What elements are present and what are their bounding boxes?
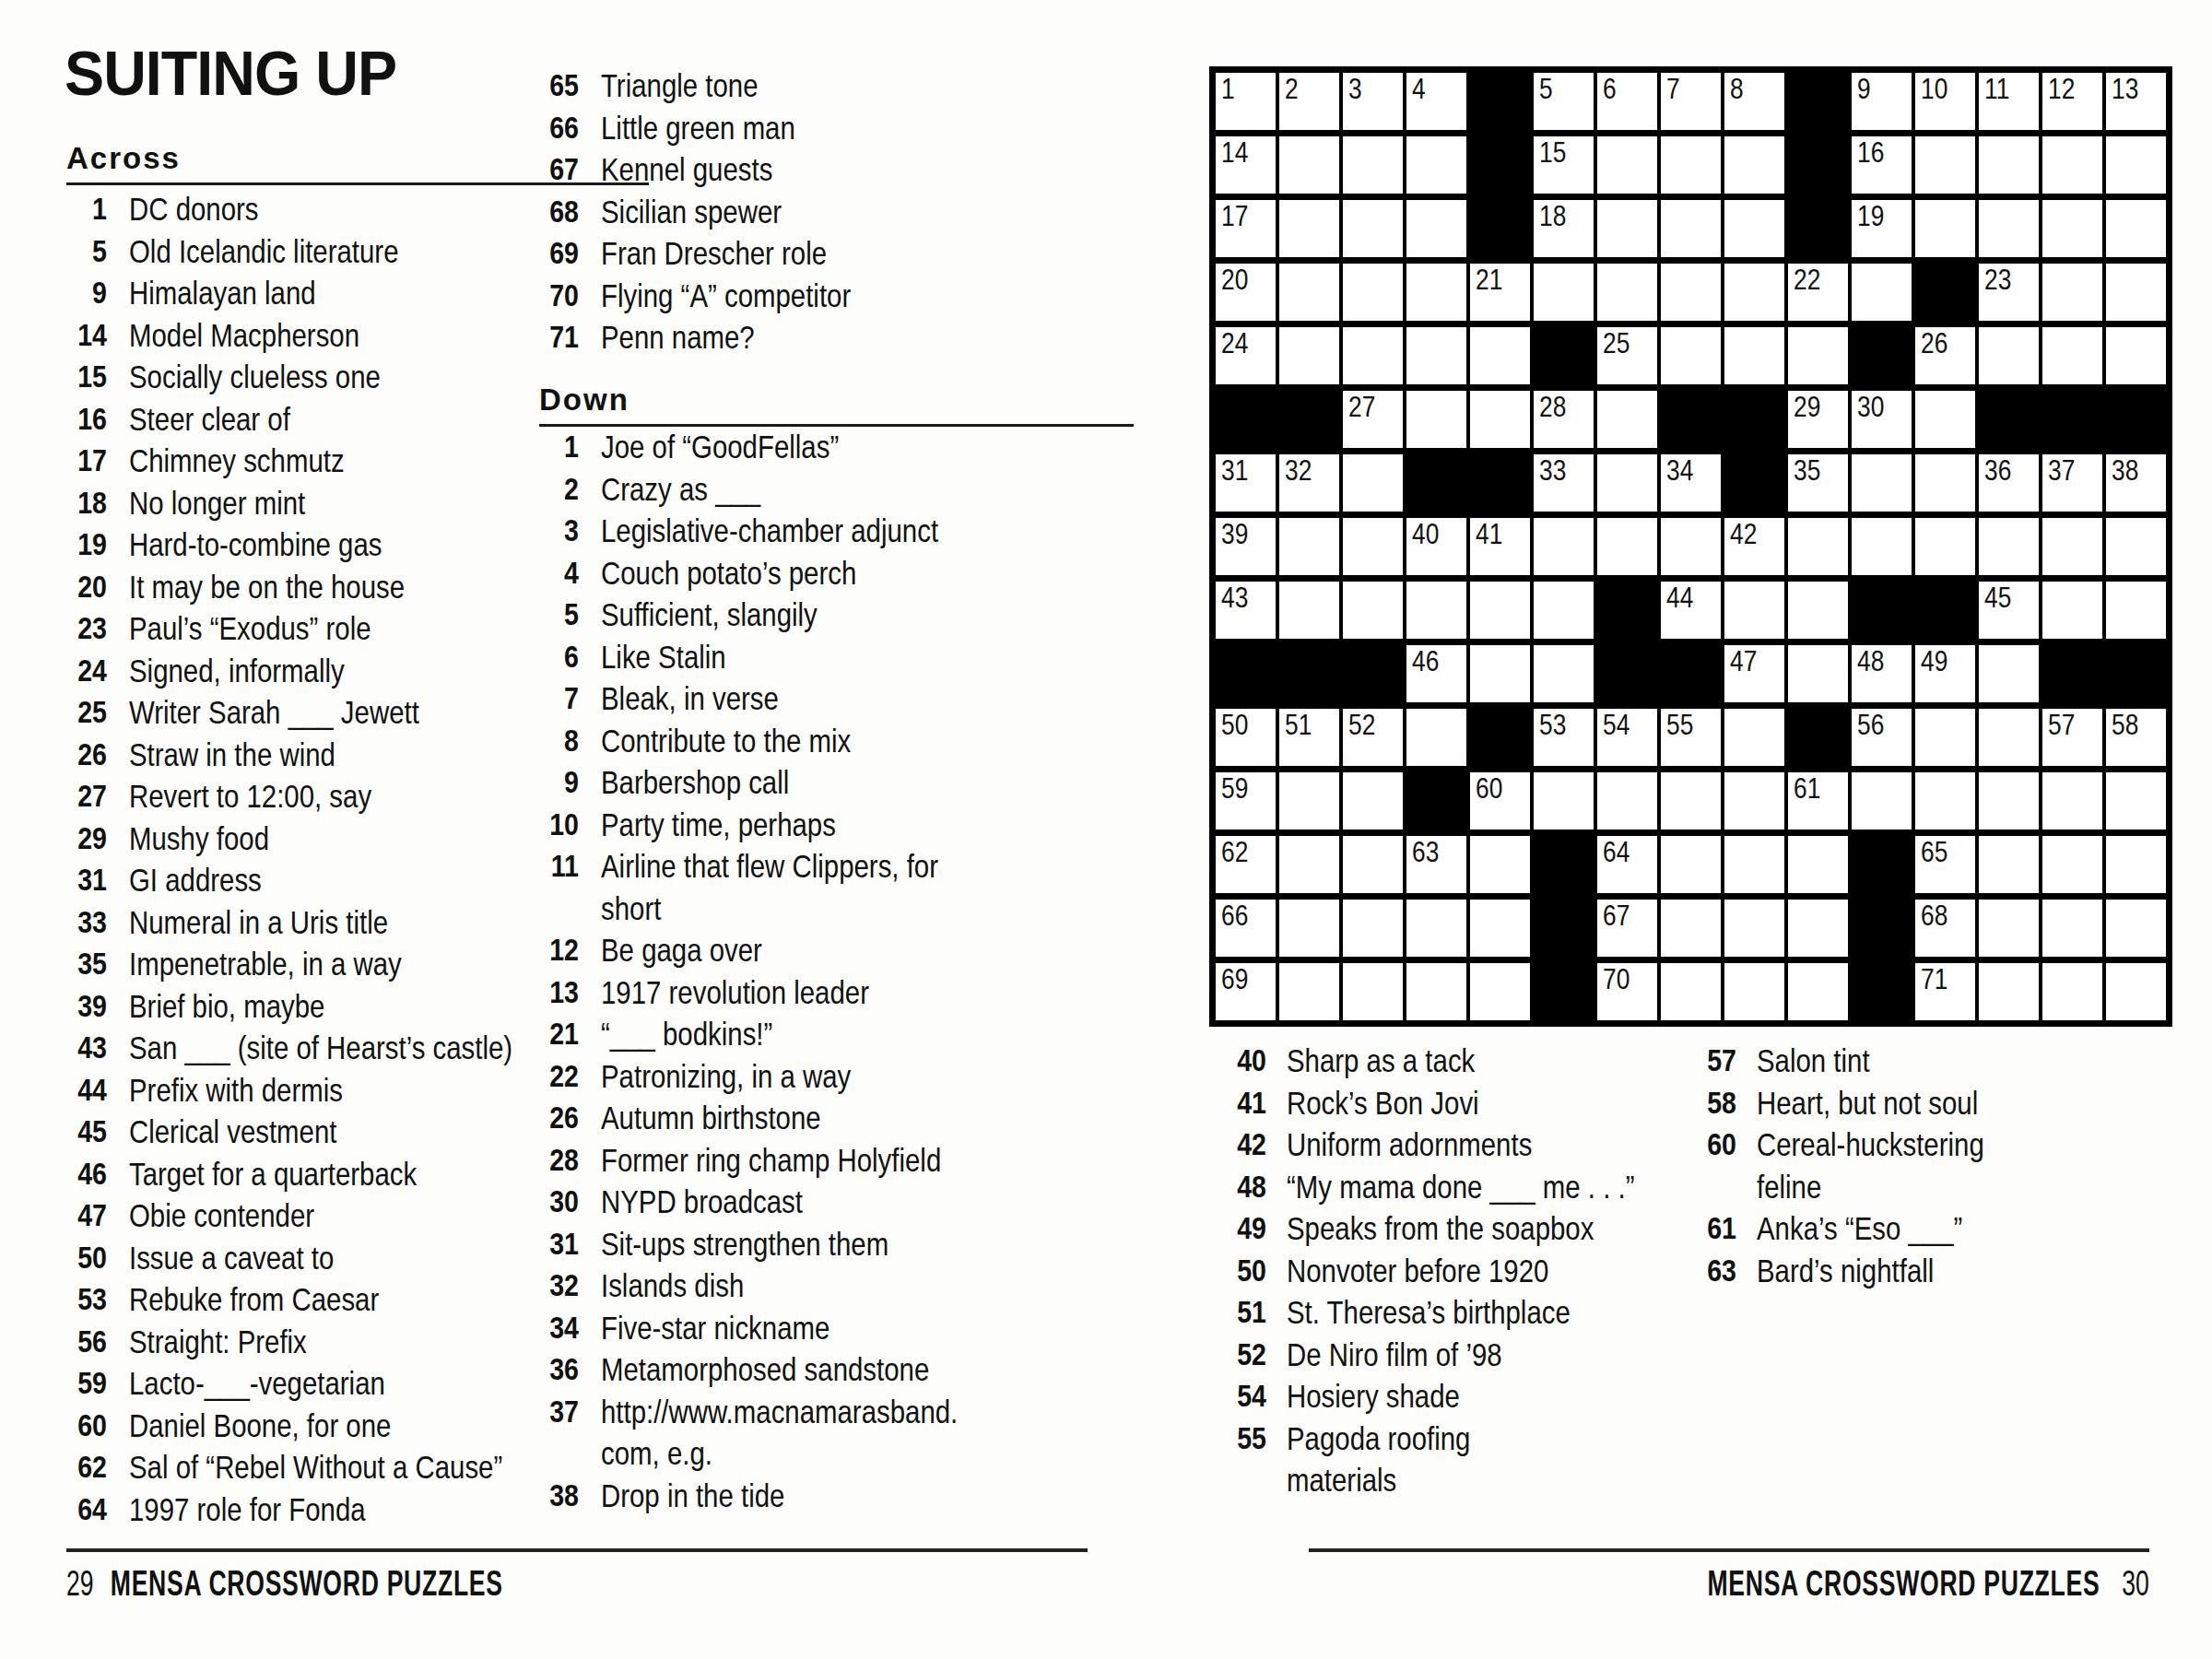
white-cell-r4c8[interactable] [1661, 264, 1721, 321]
white-cell-r6c11[interactable]: 30 [1852, 391, 1912, 448]
clue-item: 21“___ bodkins!” [512, 1013, 1026, 1055]
clue-item: 39Brief bio, maybe [66, 985, 585, 1028]
page-number-right: 30 [2122, 1564, 2149, 1603]
white-cell-r9c3[interactable] [1343, 582, 1403, 639]
white-cell-r3c2[interactable] [1279, 200, 1339, 257]
clue-text: Autumn birthstone [601, 1097, 821, 1139]
black-cell-r1c10 [1788, 73, 1848, 130]
white-cell-r10c4[interactable]: 46 [1406, 645, 1466, 702]
white-cell-r15c1[interactable]: 69 [1216, 963, 1276, 1020]
clue-text: Obie contender [129, 1194, 314, 1237]
white-cell-r2c13[interactable] [1979, 136, 2039, 194]
white-cell-r6c3[interactable]: 27 [1343, 391, 1403, 448]
clue-number: 30 [524, 1181, 579, 1223]
clue-text: St. Theresa’s birthplace [1287, 1291, 1571, 1334]
white-cell-r1c4[interactable]: 4 [1406, 73, 1466, 130]
white-cell-r3c9[interactable] [1724, 200, 1784, 257]
cell-number: 7 [1666, 75, 1680, 103]
white-cell-r1c12[interactable]: 10 [1915, 73, 1975, 130]
white-cell-r5c9[interactable] [1724, 327, 1784, 384]
white-cell-r15c12[interactable]: 71 [1915, 963, 1975, 1020]
clue-item-continuation: short [512, 888, 1026, 930]
white-cell-r3c1[interactable]: 17 [1216, 200, 1276, 257]
white-cell-r3c15[interactable] [2106, 200, 2166, 257]
cell-number: 46 [1412, 647, 1439, 676]
white-cell-r15c2[interactable] [1279, 963, 1339, 1020]
white-cell-r2c7[interactable] [1597, 136, 1657, 194]
clue-number: 3 [524, 510, 579, 552]
white-cell-r9c13[interactable]: 45 [1979, 582, 2039, 639]
footer-rule-right [1309, 1548, 2149, 1552]
cell-number: 55 [1666, 711, 1693, 739]
clue-text: NYPD broadcast [601, 1181, 803, 1223]
white-cell-r7c3[interactable] [1343, 454, 1403, 512]
white-cell-r15c10[interactable] [1788, 963, 1848, 1020]
white-cell-r4c11[interactable] [1852, 264, 1912, 321]
white-cell-r8c3[interactable] [1343, 518, 1403, 575]
cell-number: 16 [1857, 138, 1884, 167]
white-cell-r5c15[interactable] [2106, 327, 2166, 384]
clue-item: 12Be gaga over [512, 929, 1026, 971]
cell-number: 34 [1666, 456, 1693, 485]
clue-item: 66Little green man [512, 107, 899, 149]
white-cell-r5c1[interactable]: 24 [1216, 327, 1276, 384]
cell-number: 43 [1221, 583, 1248, 612]
white-cell-r4c6[interactable] [1534, 264, 1594, 321]
white-cell-r8c10[interactable] [1788, 518, 1848, 575]
clue-text: Legislative-chamber adjunct [601, 510, 938, 552]
white-cell-r5c2[interactable] [1279, 327, 1339, 384]
white-cell-r5c7[interactable]: 25 [1597, 327, 1657, 384]
white-cell-r9c6[interactable] [1534, 582, 1594, 639]
clue-text: DC donors [129, 188, 259, 230]
white-cell-r4c14[interactable] [2042, 264, 2102, 321]
white-cell-r7c15[interactable]: 38 [2106, 454, 2166, 512]
clue-text: “___ bodkins!” [601, 1013, 772, 1055]
white-cell-r3c4[interactable] [1406, 200, 1466, 257]
clue-text: Impenetrable, in a way [129, 943, 402, 985]
white-cell-r1c9[interactable]: 8 [1724, 73, 1784, 130]
white-cell-r5c5[interactable] [1470, 327, 1530, 384]
white-cell-r7c1[interactable]: 31 [1216, 454, 1276, 512]
clue-item: 54Hosiery shade [1213, 1375, 1700, 1418]
clue-text: Kennel guests [601, 148, 772, 191]
white-cell-r10c6[interactable] [1534, 645, 1594, 702]
white-cell-r2c3[interactable] [1343, 136, 1403, 194]
white-cell-r12c12[interactable] [1915, 772, 1975, 829]
white-cell-r13c14[interactable] [2042, 836, 2102, 893]
white-cell-r13c12[interactable]: 65 [1915, 836, 1975, 893]
white-cell-r8c5[interactable]: 41 [1470, 518, 1530, 575]
clue-number: 32 [524, 1265, 579, 1307]
white-cell-r11c9[interactable] [1724, 709, 1784, 766]
cell-number: 33 [1539, 456, 1566, 485]
white-cell-r15c15[interactable] [2106, 963, 2166, 1020]
clue-text: feline [1757, 1166, 1821, 1208]
white-cell-r2c14[interactable] [2042, 136, 2102, 194]
clue-item: 28Former ring champ Holyfield [512, 1139, 1026, 1182]
white-cell-r9c2[interactable] [1279, 582, 1339, 639]
white-cell-r4c2[interactable] [1279, 264, 1339, 321]
clue-text: 1917 revolution leader [601, 971, 869, 1014]
clue-item: 67Kennel guests [512, 148, 899, 191]
white-cell-r8c11[interactable] [1852, 518, 1912, 575]
black-cell-r9c7 [1597, 582, 1657, 639]
white-cell-r4c4[interactable] [1406, 264, 1466, 321]
white-cell-r15c13[interactable] [1979, 963, 2039, 1020]
clue-number: 12 [524, 929, 579, 971]
white-cell-r8c2[interactable] [1279, 518, 1339, 575]
clue-number: 29 [73, 818, 107, 860]
white-cell-r2c4[interactable] [1406, 136, 1466, 194]
clue-item: 38Drop in the tide [512, 1475, 1026, 1517]
cell-number: 42 [1730, 520, 1757, 548]
cell-number: 58 [2112, 711, 2138, 739]
white-cell-r13c9[interactable] [1724, 836, 1784, 893]
cell-number: 40 [1412, 520, 1439, 548]
white-cell-r1c13[interactable]: 11 [1979, 73, 2039, 130]
white-cell-r12c2[interactable] [1279, 772, 1339, 829]
cell-number: 57 [2048, 711, 2075, 739]
white-cell-r2c6[interactable]: 15 [1534, 136, 1594, 194]
white-cell-r7c10[interactable]: 35 [1788, 454, 1848, 512]
clue-number: 7 [524, 677, 579, 720]
white-cell-r8c8[interactable] [1661, 518, 1721, 575]
cell-number: 31 [1221, 456, 1248, 485]
clue-item: 24Signed, informally [66, 650, 585, 692]
white-cell-r7c7[interactable] [1597, 454, 1657, 512]
clue-number: 60 [1687, 1124, 1736, 1166]
white-cell-r10c12[interactable]: 49 [1915, 645, 1975, 702]
white-cell-r12c10[interactable]: 61 [1788, 772, 1848, 829]
clue-text: Party time, perhaps [601, 804, 836, 846]
cell-number: 69 [1221, 965, 1248, 994]
white-cell-r1c14[interactable]: 12 [2042, 73, 2102, 130]
white-cell-r15c3[interactable] [1343, 963, 1403, 1020]
clue-number: 41 [1221, 1082, 1266, 1124]
cell-number: 62 [1221, 838, 1248, 866]
white-cell-r11c11[interactable]: 56 [1852, 709, 1912, 766]
white-cell-r3c11[interactable]: 19 [1852, 200, 1912, 257]
white-cell-r10c5[interactable] [1470, 645, 1530, 702]
white-cell-r9c8[interactable]: 44 [1661, 582, 1721, 639]
white-cell-r12c7[interactable] [1597, 772, 1657, 829]
white-cell-r12c15[interactable] [2106, 772, 2166, 829]
white-cell-r3c7[interactable] [1597, 200, 1657, 257]
white-cell-r4c5[interactable]: 21 [1470, 264, 1530, 321]
clue-text: Hosiery shade [1287, 1375, 1460, 1418]
clue-number: 22 [524, 1055, 579, 1098]
white-cell-r4c9[interactable] [1724, 264, 1784, 321]
clue-item: 48“My mama done ___ me . . .” [1213, 1166, 1700, 1208]
white-cell-r7c12[interactable] [1915, 454, 1975, 512]
across-clues-column-1: 1DC donors5Old Icelandic literature9Hima… [66, 188, 585, 1530]
white-cell-r12c5[interactable]: 60 [1470, 772, 1530, 829]
clue-text: Drop in the tide [601, 1475, 784, 1517]
clue-number: 62 [73, 1446, 107, 1488]
white-cell-r13c10[interactable] [1788, 836, 1848, 893]
clue-item: 1Joe of “GoodFellas” [512, 426, 1026, 468]
white-cell-r4c1[interactable]: 20 [1216, 264, 1276, 321]
white-cell-r7c13[interactable]: 36 [1979, 454, 2039, 512]
white-cell-r2c8[interactable] [1661, 136, 1721, 194]
black-cell-r11c10 [1788, 709, 1848, 766]
white-cell-r4c15[interactable] [2106, 264, 2166, 321]
white-cell-r13c4[interactable]: 63 [1406, 836, 1466, 893]
white-cell-r15c14[interactable] [2042, 963, 2102, 1020]
white-cell-r5c10[interactable] [1788, 327, 1848, 384]
white-cell-r9c9[interactable] [1724, 582, 1784, 639]
white-cell-r6c7[interactable] [1597, 391, 1657, 448]
white-cell-r7c8[interactable]: 34 [1661, 454, 1721, 512]
clue-item: 50Issue a caveat to [66, 1237, 585, 1279]
white-cell-r13c8[interactable] [1661, 836, 1721, 893]
white-cell-r3c12[interactable] [1915, 200, 1975, 257]
white-cell-r13c5[interactable] [1470, 836, 1530, 893]
clue-item: 26Straw in the wind [66, 734, 585, 776]
cell-number: 64 [1603, 838, 1630, 866]
clue-text: Uniform adornments [1287, 1124, 1532, 1166]
white-cell-r13c3[interactable] [1343, 836, 1403, 893]
cell-number: 18 [1539, 202, 1566, 230]
cell-number: 28 [1539, 393, 1566, 421]
white-cell-r1c11[interactable]: 9 [1852, 73, 1912, 130]
white-cell-r7c2[interactable]: 32 [1279, 454, 1339, 512]
white-cell-r2c9[interactable] [1724, 136, 1784, 194]
cell-number: 22 [1794, 265, 1820, 294]
white-cell-r11c1[interactable]: 50 [1216, 709, 1276, 766]
cell-number: 9 [1857, 75, 1871, 103]
white-cell-r9c4[interactable] [1406, 582, 1466, 639]
white-cell-r12c13[interactable] [1979, 772, 2039, 829]
white-cell-r11c6[interactable]: 53 [1534, 709, 1594, 766]
clue-item: 23Paul’s “Exodus” role [66, 607, 585, 650]
white-cell-r8c4[interactable]: 40 [1406, 518, 1466, 575]
white-cell-r10c13[interactable] [1979, 645, 2039, 702]
white-cell-r11c15[interactable]: 58 [2106, 709, 2166, 766]
white-cell-r14c14[interactable] [2042, 900, 2102, 957]
white-cell-r2c15[interactable] [2106, 136, 2166, 194]
clue-text: Chimney schmutz [129, 440, 345, 482]
clue-number: 46 [73, 1153, 107, 1195]
white-cell-r11c4[interactable] [1406, 709, 1466, 766]
clue-number: 56 [73, 1321, 107, 1363]
white-cell-r4c7[interactable] [1597, 264, 1657, 321]
clue-text: Fran Drescher role [601, 232, 827, 275]
clue-number: 5 [524, 594, 579, 636]
white-cell-r11c2[interactable]: 51 [1279, 709, 1339, 766]
white-cell-r2c12[interactable] [1915, 136, 1975, 194]
white-cell-r4c13[interactable]: 23 [1979, 264, 2039, 321]
white-cell-r11c13[interactable] [1979, 709, 2039, 766]
clue-item: 57Salon tint [1677, 1040, 2028, 1082]
white-cell-r8c1[interactable]: 39 [1216, 518, 1276, 575]
clue-number: 10 [524, 804, 579, 846]
white-cell-r1c8[interactable]: 7 [1661, 73, 1721, 130]
white-cell-r5c14[interactable] [2042, 327, 2102, 384]
white-cell-r15c5[interactable] [1470, 963, 1530, 1020]
clue-text: Daniel Boone, for one [129, 1405, 391, 1447]
clue-text: Sal of “Rebel Without a Cause” [129, 1446, 502, 1488]
black-cell-r10c3 [1343, 645, 1403, 702]
white-cell-r3c13[interactable] [1979, 200, 2039, 257]
white-cell-r8c6[interactable] [1534, 518, 1594, 575]
clue-text: Anka’s “Eso ___” [1757, 1207, 1962, 1250]
white-cell-r14c1[interactable]: 66 [1216, 900, 1276, 957]
clue-text: short [601, 888, 661, 930]
white-cell-r14c8[interactable] [1661, 900, 1721, 957]
white-cell-r2c11[interactable]: 16 [1852, 136, 1912, 194]
clue-text: Old Icelandic literature [129, 230, 399, 273]
white-cell-r5c12[interactable]: 26 [1915, 327, 1975, 384]
cell-number: 23 [1984, 265, 2011, 294]
clue-text: Be gaga over [601, 929, 762, 971]
white-cell-r5c13[interactable] [1979, 327, 2039, 384]
white-cell-r8c7[interactable] [1597, 518, 1657, 575]
white-cell-r14c4[interactable] [1406, 900, 1466, 957]
cell-number: 12 [2048, 75, 2075, 103]
white-cell-r10c9[interactable]: 47 [1724, 645, 1784, 702]
white-cell-r15c9[interactable] [1724, 963, 1784, 1020]
white-cell-r12c14[interactable] [2042, 772, 2102, 829]
white-cell-r15c8[interactable] [1661, 963, 1721, 1020]
clue-item: 7Bleak, in verse [512, 677, 1026, 720]
white-cell-r6c12[interactable] [1915, 391, 1975, 448]
clue-text: Bleak, in verse [601, 677, 779, 720]
white-cell-r9c5[interactable] [1470, 582, 1530, 639]
white-cell-r9c10[interactable] [1788, 582, 1848, 639]
white-cell-r3c6[interactable]: 18 [1534, 200, 1594, 257]
white-cell-r8c13[interactable] [1979, 518, 2039, 575]
white-cell-r12c9[interactable] [1724, 772, 1784, 829]
white-cell-r2c2[interactable] [1279, 136, 1339, 194]
white-cell-r4c3[interactable] [1343, 264, 1403, 321]
white-cell-r4c10[interactable]: 22 [1788, 264, 1848, 321]
clue-text: Sufficient, slangily [601, 594, 818, 636]
white-cell-r6c10[interactable]: 29 [1788, 391, 1848, 448]
white-cell-r8c12[interactable] [1915, 518, 1975, 575]
white-cell-r1c1[interactable]: 1 [1216, 73, 1276, 130]
clue-number: 14 [73, 314, 107, 357]
clue-item: 11Airline that flew Clippers, for [512, 845, 1026, 888]
white-cell-r12c1[interactable]: 59 [1216, 772, 1276, 829]
clue-item: 56Straight: Prefix [66, 1321, 585, 1363]
clue-number: 9 [524, 761, 579, 804]
white-cell-r6c6[interactable]: 28 [1534, 391, 1594, 448]
clue-number: 24 [73, 650, 107, 692]
white-cell-r11c3[interactable]: 52 [1343, 709, 1403, 766]
clue-number: 42 [1221, 1124, 1266, 1166]
clue-item: 68Sicilian spewer [512, 191, 899, 233]
clue-text: Model Macpherson [129, 314, 359, 357]
cell-number: 11 [1984, 75, 2009, 103]
clue-number: 52 [1221, 1334, 1266, 1376]
white-cell-r14c7[interactable]: 67 [1597, 900, 1657, 957]
white-cell-r12c3[interactable] [1343, 772, 1403, 829]
clue-item: 17Chimney schmutz [66, 440, 585, 482]
white-cell-r14c12[interactable]: 68 [1915, 900, 1975, 957]
white-cell-r3c14[interactable] [2042, 200, 2102, 257]
white-cell-r14c15[interactable] [2106, 900, 2166, 957]
clue-text: Flying “A” competitor [601, 275, 851, 317]
clue-number: 1 [524, 426, 579, 468]
white-cell-r5c4[interactable] [1406, 327, 1466, 384]
clue-item: 10Party time, perhaps [512, 804, 1026, 846]
white-cell-r11c12[interactable] [1915, 709, 1975, 766]
clue-number: 47 [73, 1194, 107, 1237]
white-cell-r14c5[interactable] [1470, 900, 1530, 957]
white-cell-r7c6[interactable]: 33 [1534, 454, 1594, 512]
white-cell-r11c8[interactable]: 55 [1661, 709, 1721, 766]
white-cell-r5c8[interactable] [1661, 327, 1721, 384]
white-cell-r14c2[interactable] [1279, 900, 1339, 957]
clue-item: 22Patronizing, in a way [512, 1055, 1026, 1098]
cell-number: 56 [1857, 711, 1884, 739]
white-cell-r2c1[interactable]: 14 [1216, 136, 1276, 194]
white-cell-r1c7[interactable]: 6 [1597, 73, 1657, 130]
white-cell-r7c14[interactable]: 37 [2042, 454, 2102, 512]
white-cell-r12c8[interactable] [1661, 772, 1721, 829]
clue-text: Rebuke from Caesar [129, 1278, 379, 1321]
white-cell-r15c4[interactable] [1406, 963, 1466, 1020]
white-cell-r9c15[interactable] [2106, 582, 2166, 639]
white-cell-r13c2[interactable] [1279, 836, 1339, 893]
clue-item: 44Prefix with dermis [66, 1069, 585, 1112]
white-cell-r13c15[interactable] [2106, 836, 2166, 893]
clue-item: 45Clerical vestment [66, 1111, 585, 1153]
cell-number: 53 [1539, 711, 1566, 739]
white-cell-r3c3[interactable] [1343, 200, 1403, 257]
white-cell-r5c3[interactable] [1343, 327, 1403, 384]
white-cell-r10c10[interactable] [1788, 645, 1848, 702]
white-cell-r10c11[interactable]: 48 [1852, 645, 1912, 702]
white-cell-r14c13[interactable] [1979, 900, 2039, 957]
white-cell-r14c10[interactable] [1788, 900, 1848, 957]
white-cell-r14c3[interactable] [1343, 900, 1403, 957]
white-cell-r8c14[interactable] [2042, 518, 2102, 575]
white-cell-r13c13[interactable] [1979, 836, 2039, 893]
clue-number: 9 [73, 272, 107, 314]
white-cell-r1c3[interactable]: 3 [1343, 73, 1403, 130]
clue-item: 49Speaks from the soapbox [1213, 1207, 1700, 1250]
white-cell-r8c9[interactable]: 42 [1724, 518, 1784, 575]
white-cell-r12c11[interactable] [1852, 772, 1912, 829]
white-cell-r12c6[interactable] [1534, 772, 1594, 829]
white-cell-r7c11[interactable] [1852, 454, 1912, 512]
cell-number: 54 [1603, 711, 1630, 739]
clue-item: 35Impenetrable, in a way [66, 943, 585, 985]
white-cell-r1c15[interactable]: 13 [2106, 73, 2166, 130]
clue-item: 16Steer clear of [66, 398, 585, 441]
clue-text: Issue a caveat to [129, 1237, 334, 1279]
white-cell-r6c5[interactable] [1470, 391, 1530, 448]
white-cell-r11c7[interactable]: 54 [1597, 709, 1657, 766]
white-cell-r11c14[interactable]: 57 [2042, 709, 2102, 766]
white-cell-r8c15[interactable] [2106, 518, 2166, 575]
white-cell-r1c6[interactable]: 5 [1534, 73, 1594, 130]
white-cell-r1c2[interactable]: 2 [1279, 73, 1339, 130]
white-cell-r15c7[interactable]: 70 [1597, 963, 1657, 1020]
white-cell-r13c7[interactable]: 64 [1597, 836, 1657, 893]
white-cell-r6c4[interactable] [1406, 391, 1466, 448]
cell-number: 60 [1476, 774, 1502, 803]
white-cell-r3c8[interactable] [1661, 200, 1721, 257]
crossword-puzzle-page: SUITING UP Across 1DC donors5Old Iceland… [0, 0, 2212, 1659]
white-cell-r9c1[interactable]: 43 [1216, 582, 1276, 639]
white-cell-r14c9[interactable] [1724, 900, 1784, 957]
white-cell-r13c1[interactable]: 62 [1216, 836, 1276, 893]
white-cell-r9c14[interactable] [2042, 582, 2102, 639]
